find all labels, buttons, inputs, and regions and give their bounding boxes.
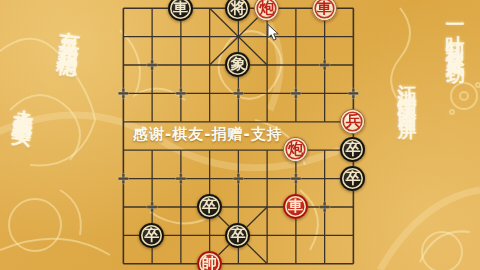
piece-glyph: 卒 (202, 199, 217, 214)
piece-black-soldier[interactable]: 卒 (340, 137, 365, 162)
piece-black-soldier[interactable]: 卒 (225, 223, 250, 248)
piece-red-general-highlighted[interactable]: 帥 (197, 251, 222, 270)
piece-glyph: 炮 (259, 1, 274, 16)
piece-glyph: 卒 (345, 142, 360, 157)
mouse-cursor (267, 24, 281, 42)
piece-glyph: 車 (317, 1, 332, 16)
piece-glyph: 兵 (345, 114, 360, 129)
piece-black-soldier[interactable]: 卒 (340, 166, 365, 191)
piece-glyph: 炮 (288, 142, 303, 157)
piece-black-elephant[interactable]: 象 (225, 52, 250, 77)
piece-glyph: 将 (230, 1, 245, 16)
piece-glyph: 帥 (202, 256, 217, 270)
piece-red-soldier[interactable]: 兵 (340, 109, 365, 134)
board-grid[interactable]: 車将炮車象兵炮卒卒卒車卒卒帥 (109, 0, 368, 270)
piece-glyph: 卒 (144, 228, 159, 243)
piece-red-cannon[interactable]: 炮 (283, 137, 308, 162)
right-poem-column-1: 一叶知秋寒风劲 (443, 14, 469, 56)
left-poem-column-2: 士柔炮精卒实 (12, 92, 41, 113)
piece-glyph: 車 (288, 199, 303, 214)
right-poem-column-2: 江湖烟雨冷画屏 (395, 70, 421, 112)
left-poem-column-1: 车灵马戏相稳 (56, 13, 87, 46)
xiangqi-board[interactable]: 車将炮車象兵炮卒卒卒車卒卒帥 (109, 0, 368, 270)
piece-glyph: 卒 (230, 228, 245, 243)
piece-black-chariot[interactable]: 車 (168, 0, 193, 21)
piece-glyph: 車 (173, 1, 188, 16)
piece-black-soldier[interactable]: 卒 (197, 194, 222, 219)
piece-red-cannon[interactable]: 炮 (254, 0, 279, 21)
piece-black-soldier[interactable]: 卒 (139, 223, 164, 248)
piece-red-chariot-highlighted[interactable]: 車 (283, 194, 308, 219)
piece-glyph: 象 (230, 57, 245, 72)
piece-red-chariot[interactable]: 車 (312, 0, 337, 21)
piece-black-general[interactable]: 将 (225, 0, 250, 21)
screen: 感谢-棋友-捐赠-支持 (0, 0, 480, 270)
piece-glyph: 卒 (345, 171, 360, 186)
